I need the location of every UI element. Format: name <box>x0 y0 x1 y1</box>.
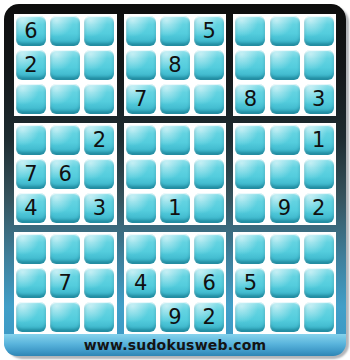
cell-r5c9[interactable] <box>304 159 334 189</box>
cell-r1c1: 6 <box>16 16 46 46</box>
cell-r4c3: 2 <box>84 125 114 155</box>
cell-r3c1[interactable] <box>16 84 46 114</box>
cell-r3c3[interactable] <box>84 84 114 114</box>
cell-r4c9: 1 <box>304 125 334 155</box>
cell-r7c8[interactable] <box>270 234 300 264</box>
cell-r6c8: 9 <box>270 193 300 223</box>
sudoku-grid: 6258783276431192746925 <box>14 14 336 334</box>
cell-r9c4[interactable] <box>126 302 156 332</box>
cell-r7c1[interactable] <box>16 234 46 264</box>
cell-r1c6: 5 <box>194 16 224 46</box>
cell-r8c3[interactable] <box>84 268 114 298</box>
box-3: 83 <box>233 14 336 116</box>
box-2: 587 <box>124 14 227 116</box>
sudoku-board: 6258783276431192746925 www.sudokusweb.co… <box>4 4 346 356</box>
cell-r5c4[interactable] <box>126 159 156 189</box>
cell-r8c2: 7 <box>50 268 80 298</box>
cell-r8c6: 6 <box>194 268 224 298</box>
cell-r7c9[interactable] <box>304 234 334 264</box>
cell-r2c1: 2 <box>16 50 46 80</box>
cell-r5c2: 6 <box>50 159 80 189</box>
cell-r3c9: 3 <box>304 84 334 114</box>
cell-r6c5: 1 <box>160 193 190 223</box>
cell-r9c3[interactable] <box>84 302 114 332</box>
cell-r6c7[interactable] <box>235 193 265 223</box>
cell-r1c7[interactable] <box>235 16 265 46</box>
cell-r2c3[interactable] <box>84 50 114 80</box>
cell-r8c7: 5 <box>235 268 265 298</box>
cell-r5c7[interactable] <box>235 159 265 189</box>
cell-r8c8[interactable] <box>270 268 300 298</box>
cell-r9c1[interactable] <box>16 302 46 332</box>
cell-r7c7[interactable] <box>235 234 265 264</box>
cell-r4c4[interactable] <box>126 125 156 155</box>
cell-r4c5[interactable] <box>160 125 190 155</box>
cell-r1c9[interactable] <box>304 16 334 46</box>
cell-r6c1: 4 <box>16 193 46 223</box>
cell-r8c9[interactable] <box>304 268 334 298</box>
cell-r4c6[interactable] <box>194 125 224 155</box>
cell-r2c9[interactable] <box>304 50 334 80</box>
box-7: 7 <box>14 232 117 334</box>
cell-r6c3: 3 <box>84 193 114 223</box>
cell-r4c2[interactable] <box>50 125 80 155</box>
cell-r9c6: 2 <box>194 302 224 332</box>
cell-r8c1[interactable] <box>16 268 46 298</box>
footer-band: www.sudokusweb.com <box>4 334 346 356</box>
cell-r4c1[interactable] <box>16 125 46 155</box>
cell-r2c4[interactable] <box>126 50 156 80</box>
cell-r1c4[interactable] <box>126 16 156 46</box>
cell-r4c7[interactable] <box>235 125 265 155</box>
cell-r1c3[interactable] <box>84 16 114 46</box>
cell-r8c5[interactable] <box>160 268 190 298</box>
box-6: 192 <box>233 123 336 225</box>
cell-r2c2[interactable] <box>50 50 80 80</box>
cell-r7c2[interactable] <box>50 234 80 264</box>
cell-r2c5: 8 <box>160 50 190 80</box>
cell-r4c8[interactable] <box>270 125 300 155</box>
cell-r9c7[interactable] <box>235 302 265 332</box>
cell-r8c4: 4 <box>126 268 156 298</box>
cell-r1c2[interactable] <box>50 16 80 46</box>
cell-r6c4[interactable] <box>126 193 156 223</box>
cell-r7c6[interactable] <box>194 234 224 264</box>
cell-r5c1: 7 <box>16 159 46 189</box>
cell-r5c8[interactable] <box>270 159 300 189</box>
cell-r7c5[interactable] <box>160 234 190 264</box>
cell-r3c8[interactable] <box>270 84 300 114</box>
cell-r3c5[interactable] <box>160 84 190 114</box>
cell-r3c6[interactable] <box>194 84 224 114</box>
cell-r3c4: 7 <box>126 84 156 114</box>
cell-r9c9[interactable] <box>304 302 334 332</box>
cell-r6c2[interactable] <box>50 193 80 223</box>
cell-r9c5: 9 <box>160 302 190 332</box>
cell-r6c9: 2 <box>304 193 334 223</box>
box-1: 62 <box>14 14 117 116</box>
cell-r3c2[interactable] <box>50 84 80 114</box>
cell-r2c7[interactable] <box>235 50 265 80</box>
cell-r5c5[interactable] <box>160 159 190 189</box>
cell-r3c7: 8 <box>235 84 265 114</box>
cell-r2c6[interactable] <box>194 50 224 80</box>
cell-r9c8[interactable] <box>270 302 300 332</box>
cell-r9c2[interactable] <box>50 302 80 332</box>
box-5: 1 <box>124 123 227 225</box>
cell-r1c8[interactable] <box>270 16 300 46</box>
box-8: 4692 <box>124 232 227 334</box>
cell-r2c8[interactable] <box>270 50 300 80</box>
cell-r5c3[interactable] <box>84 159 114 189</box>
cell-r7c3[interactable] <box>84 234 114 264</box>
cell-r1c5[interactable] <box>160 16 190 46</box>
cell-r5c6[interactable] <box>194 159 224 189</box>
box-4: 27643 <box>14 123 117 225</box>
cell-r7c4[interactable] <box>126 234 156 264</box>
box-9: 5 <box>233 232 336 334</box>
site-url: www.sudokusweb.com <box>84 337 267 353</box>
cell-r6c6[interactable] <box>194 193 224 223</box>
